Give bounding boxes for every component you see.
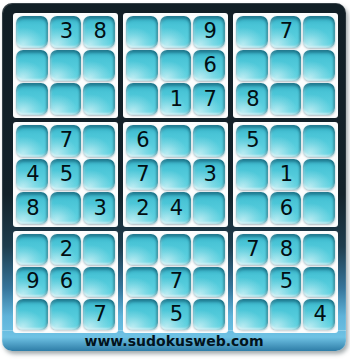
given-digit: 4 — [26, 164, 39, 185]
cell-r6c9[interactable] — [303, 192, 335, 224]
given-digit: 7 — [170, 271, 183, 292]
sudoku-board: 3896177874583673245162967757854 www.sudo… — [2, 3, 346, 351]
cell-r2c9[interactable] — [303, 50, 335, 82]
box-2-3: 516 — [233, 122, 338, 227]
given-digit: 5 — [280, 271, 293, 292]
cell-r8c4[interactable] — [126, 267, 158, 298]
cell-r8c5[interactable]: 7 — [160, 267, 192, 298]
given-digit: 7 — [280, 21, 293, 42]
cell-r6c7[interactable] — [236, 192, 268, 224]
cell-r9c3[interactable]: 7 — [83, 299, 115, 330]
given-digit: 7 — [136, 164, 149, 185]
cell-r5c8[interactable]: 1 — [270, 159, 302, 191]
given-digit: 3 — [60, 21, 73, 42]
cell-r3c2[interactable] — [50, 83, 82, 115]
cell-r6c8[interactable]: 6 — [270, 192, 302, 224]
box-2-2: 67324 — [123, 122, 228, 227]
cell-r1c8[interactable]: 7 — [270, 16, 302, 48]
cell-r4c3[interactable] — [83, 125, 115, 157]
cell-r5c7[interactable] — [236, 159, 268, 191]
cell-r7c2[interactable]: 2 — [50, 234, 82, 265]
page: 3896177874583673245162967757854 www.sudo… — [0, 0, 350, 360]
given-digit: 8 — [93, 21, 106, 42]
cell-r4c7[interactable]: 5 — [236, 125, 268, 157]
cell-r7c8[interactable]: 8 — [270, 234, 302, 265]
given-digit: 1 — [170, 89, 183, 110]
given-digit: 9 — [203, 21, 216, 42]
cell-r4c2[interactable]: 7 — [50, 125, 82, 157]
given-digit: 6 — [136, 130, 149, 151]
cell-r9c5[interactable]: 5 — [160, 299, 192, 330]
cell-r2c6[interactable]: 6 — [193, 50, 225, 82]
cell-r9c9[interactable]: 4 — [303, 299, 335, 330]
cell-r1c1[interactable] — [16, 16, 48, 48]
cell-r1c7[interactable] — [236, 16, 268, 48]
cell-r4c9[interactable] — [303, 125, 335, 157]
cell-r7c6[interactable] — [193, 234, 225, 265]
cell-r3c9[interactable] — [303, 83, 335, 115]
cell-r7c1[interactable] — [16, 234, 48, 265]
given-digit: 8 — [280, 239, 293, 260]
cell-r9c1[interactable] — [16, 299, 48, 330]
given-digit: 4 — [313, 304, 326, 325]
given-digit: 5 — [60, 164, 73, 185]
cell-r1c2[interactable]: 3 — [50, 16, 82, 48]
cell-r2c2[interactable] — [50, 50, 82, 82]
cell-r6c1[interactable]: 8 — [16, 192, 48, 224]
boxes-grid: 3896177874583673245162967757854 — [13, 13, 338, 333]
cell-r3c7[interactable]: 8 — [236, 83, 268, 115]
cell-r8c3[interactable] — [83, 267, 115, 298]
cell-r3c8[interactable] — [270, 83, 302, 115]
box-3-1: 2967 — [13, 231, 118, 333]
cell-r3c3[interactable] — [83, 83, 115, 115]
cell-r1c5[interactable] — [160, 16, 192, 48]
cell-r8c8[interactable]: 5 — [270, 267, 302, 298]
cell-r7c4[interactable] — [126, 234, 158, 265]
given-digit: 7 — [93, 304, 106, 325]
cell-r6c3[interactable]: 3 — [83, 192, 115, 224]
cell-r9c6[interactable] — [193, 299, 225, 330]
cell-r5c9[interactable] — [303, 159, 335, 191]
given-digit: 2 — [136, 198, 149, 219]
cell-r4c4[interactable]: 6 — [126, 125, 158, 157]
cell-r4c6[interactable] — [193, 125, 225, 157]
cell-r1c9[interactable] — [303, 16, 335, 48]
cell-r6c4[interactable]: 2 — [126, 192, 158, 224]
given-digit: 8 — [246, 89, 259, 110]
cell-r5c5[interactable] — [160, 159, 192, 191]
cell-r1c3[interactable]: 8 — [83, 16, 115, 48]
given-digit: 7 — [60, 130, 73, 151]
given-digit: 3 — [203, 164, 216, 185]
cell-r8c2[interactable]: 6 — [50, 267, 82, 298]
cell-r9c4[interactable] — [126, 299, 158, 330]
cell-r8c7[interactable] — [236, 267, 268, 298]
cell-r7c7[interactable]: 7 — [236, 234, 268, 265]
cell-r6c2[interactable] — [50, 192, 82, 224]
cell-r1c6[interactable]: 9 — [193, 16, 225, 48]
given-digit: 4 — [170, 198, 183, 219]
given-digit: 9 — [26, 271, 39, 292]
cell-r2c7[interactable] — [236, 50, 268, 82]
box-3-2: 75 — [123, 231, 228, 333]
cell-r8c9[interactable] — [303, 267, 335, 298]
given-digit: 5 — [170, 304, 183, 325]
given-digit: 2 — [60, 239, 73, 260]
cell-r6c6[interactable] — [193, 192, 225, 224]
cell-r5c3[interactable] — [83, 159, 115, 191]
given-digit: 6 — [203, 55, 216, 76]
cell-r2c3[interactable] — [83, 50, 115, 82]
cell-r3c6[interactable]: 7 — [193, 83, 225, 115]
cell-r2c1[interactable] — [16, 50, 48, 82]
cell-r5c2[interactable]: 5 — [50, 159, 82, 191]
cell-r2c8[interactable] — [270, 50, 302, 82]
box-1-1: 38 — [13, 13, 118, 118]
given-digit: 7 — [203, 89, 216, 110]
cell-r7c5[interactable] — [160, 234, 192, 265]
given-digit: 5 — [246, 130, 259, 151]
given-digit: 6 — [60, 271, 73, 292]
cell-r7c9[interactable] — [303, 234, 335, 265]
cell-r3c5[interactable]: 1 — [160, 83, 192, 115]
cell-r4c8[interactable] — [270, 125, 302, 157]
cell-r8c6[interactable] — [193, 267, 225, 298]
cell-r8c1[interactable]: 9 — [16, 267, 48, 298]
given-digit: 7 — [246, 239, 259, 260]
box-2-1: 74583 — [13, 122, 118, 227]
given-digit: 8 — [26, 198, 39, 219]
cell-r9c8[interactable] — [270, 299, 302, 330]
cell-r6c5[interactable]: 4 — [160, 192, 192, 224]
cell-r3c4[interactable] — [126, 83, 158, 115]
cell-r5c4[interactable]: 7 — [126, 159, 158, 191]
cell-r3c1[interactable] — [16, 83, 48, 115]
cell-r2c5[interactable] — [160, 50, 192, 82]
cell-r4c5[interactable] — [160, 125, 192, 157]
box-1-3: 78 — [233, 13, 338, 118]
cell-r5c1[interactable]: 4 — [16, 159, 48, 191]
given-digit: 6 — [280, 198, 293, 219]
cell-r9c2[interactable] — [50, 299, 82, 330]
box-1-2: 9617 — [123, 13, 228, 118]
cell-r4c1[interactable] — [16, 125, 48, 157]
cell-r7c3[interactable] — [83, 234, 115, 265]
given-digit: 1 — [280, 164, 293, 185]
given-digit: 3 — [93, 198, 106, 219]
box-3-3: 7854 — [233, 231, 338, 333]
cell-r9c7[interactable] — [236, 299, 268, 330]
cell-r2c4[interactable] — [126, 50, 158, 82]
site-url: www.sudokusweb.com — [2, 330, 346, 351]
cell-r5c6[interactable]: 3 — [193, 159, 225, 191]
cell-r1c4[interactable] — [126, 16, 158, 48]
